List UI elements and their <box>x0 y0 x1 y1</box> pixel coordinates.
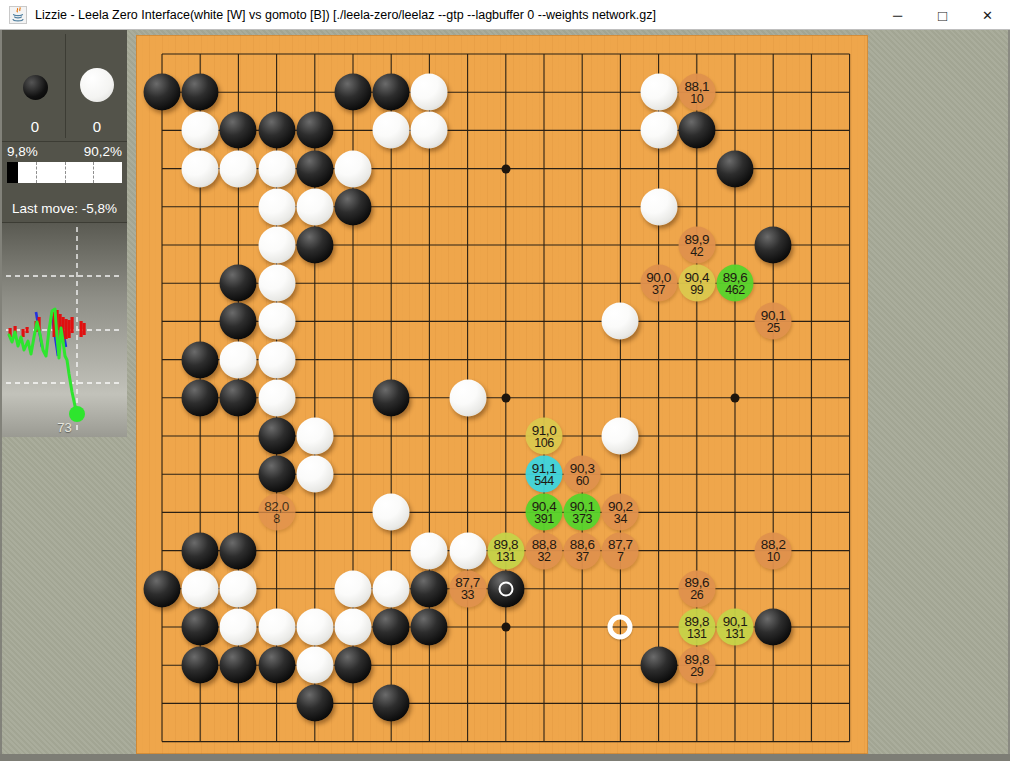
suggestion-winrate: 82,0 <box>264 499 289 512</box>
white-stone <box>258 188 295 225</box>
suggestion-visits: 10 <box>767 551 780 564</box>
analysis-suggestion[interactable]: 87,77 <box>602 532 639 569</box>
white-stone <box>182 570 219 607</box>
black-stone <box>182 74 219 111</box>
winrate-graph[interactable]: 73 <box>2 223 127 437</box>
winrate-bar <box>7 162 122 183</box>
black-capture-stone-icon <box>23 75 48 100</box>
analysis-suggestion[interactable]: 90,499 <box>678 265 715 302</box>
white-stone <box>296 418 333 455</box>
suggestion-visits: 34 <box>614 512 627 525</box>
suggestion-winrate: 89,6 <box>684 576 709 589</box>
black-stone <box>296 685 333 722</box>
window-title: Lizzie - Leela Zero Interface(white [W] … <box>35 8 656 22</box>
close-button[interactable]: ✕ <box>965 0 1010 30</box>
analysis-suggestion[interactable]: 89,942 <box>678 227 715 264</box>
black-stone <box>258 456 295 493</box>
analysis-suggestion[interactable]: 89,6462 <box>717 265 754 302</box>
black-stone <box>220 265 257 302</box>
suggestion-visits: 26 <box>690 589 703 602</box>
star-point <box>501 623 510 632</box>
suggestion-visits: 99 <box>690 283 703 296</box>
black-stone <box>411 609 448 646</box>
suggestion-winrate: 88,6 <box>570 538 595 551</box>
black-stone <box>220 112 257 149</box>
suggestion-visits: 37 <box>652 283 665 296</box>
window-edge-bottom <box>0 754 1010 761</box>
suggestion-winrate: 87,7 <box>455 576 480 589</box>
star-point <box>501 164 510 173</box>
white-stone <box>220 570 257 607</box>
winrate-bar-quartile-mark <box>65 162 66 183</box>
white-stone <box>449 532 486 569</box>
black-stone <box>296 112 333 149</box>
black-stone <box>220 303 257 340</box>
white-stone <box>182 112 219 149</box>
suggestion-winrate: 90,1 <box>761 308 786 321</box>
suggestion-winrate: 88,1 <box>684 79 709 92</box>
white-stone <box>220 341 257 378</box>
analysis-suggestion[interactable]: 90,4391 <box>526 494 563 531</box>
black-stone <box>335 188 372 225</box>
black-stone <box>335 647 372 684</box>
suggestion-winrate: 90,1 <box>723 614 748 627</box>
suggestion-winrate: 88,8 <box>532 538 557 551</box>
black-stone <box>258 418 295 455</box>
white-captures-count: 0 <box>77 118 117 135</box>
winrate-bar-quartile-mark <box>36 162 37 183</box>
white-stone <box>258 609 295 646</box>
suggestion-winrate: 89,6 <box>723 270 748 283</box>
analysis-suggestion[interactable]: 90,1131 <box>717 609 754 646</box>
white-stone <box>640 74 677 111</box>
white-stone <box>411 112 448 149</box>
white-stone <box>220 609 257 646</box>
winrate-bar-black-segment <box>7 162 18 183</box>
white-stone <box>258 227 295 264</box>
suggestion-winrate: 90,4 <box>532 499 557 512</box>
current-move-number: 73 <box>2 420 127 435</box>
suggestion-winrate: 91,0 <box>532 423 557 436</box>
white-stone <box>258 341 295 378</box>
suggestion-visits: 462 <box>725 283 745 296</box>
analysis-suggestion[interactable]: 88,832 <box>526 532 563 569</box>
white-stone <box>449 379 486 416</box>
black-stone <box>755 609 792 646</box>
analysis-suggestion[interactable]: 90,037 <box>640 265 677 302</box>
suggestion-visits: 29 <box>690 665 703 678</box>
white-stone <box>296 456 333 493</box>
suggestion-visits: 37 <box>576 551 589 564</box>
analysis-suggestion[interactable]: 90,1373 <box>564 494 601 531</box>
suggestion-visits: 373 <box>572 512 592 525</box>
black-stone <box>220 379 257 416</box>
black-captures-count: 0 <box>15 118 55 135</box>
white-stone <box>258 303 295 340</box>
white-stone <box>258 265 295 302</box>
go-board[interactable]: 88,11089,94290,03790,49989,646290,12591,… <box>136 35 868 754</box>
analysis-suggestion[interactable]: 90,360 <box>564 456 601 493</box>
suggestion-winrate: 89,8 <box>493 538 518 551</box>
analysis-suggestion[interactable]: 90,125 <box>755 303 792 340</box>
captures-panel: 0 0 <box>2 30 127 142</box>
black-stone <box>717 150 754 187</box>
suggestion-winrate: 89,9 <box>684 232 709 245</box>
black-stone <box>182 532 219 569</box>
analysis-suggestion[interactable]: 91,0106 <box>526 418 563 455</box>
winrate-graph-plot <box>2 223 127 437</box>
suggestion-visits: 32 <box>537 551 550 564</box>
black-stone <box>182 379 219 416</box>
analysis-suggestion[interactable]: 89,8131 <box>678 609 715 646</box>
suggestion-visits: 544 <box>534 474 554 487</box>
analysis-suggestion[interactable]: 91,1544 <box>526 456 563 493</box>
suggestion-winrate: 89,8 <box>684 652 709 665</box>
variation-preview-circle <box>608 615 633 640</box>
white-stone <box>335 609 372 646</box>
window-controls: ─ □ ✕ <box>875 0 1010 30</box>
analysis-suggestion[interactable]: 82,08 <box>258 494 295 531</box>
analysis-suggestion[interactable]: 90,234 <box>602 494 639 531</box>
maximize-button[interactable]: □ <box>920 0 965 30</box>
black-stone <box>373 685 410 722</box>
black-stone <box>144 570 181 607</box>
white-stone <box>411 532 448 569</box>
suggestion-winrate: 90,0 <box>646 270 671 283</box>
white-stone <box>411 74 448 111</box>
black-stone <box>373 379 410 416</box>
black-stone <box>220 532 257 569</box>
star-point <box>731 393 740 402</box>
analysis-suggestion[interactable]: 89,626 <box>678 570 715 607</box>
white-stone <box>258 150 295 187</box>
black-stone <box>640 647 677 684</box>
suggestion-visits: 33 <box>461 589 474 602</box>
suggestion-visits: 8 <box>273 512 280 525</box>
suggestion-winrate: 87,7 <box>608 538 633 551</box>
analysis-suggestion[interactable]: 88,210 <box>755 532 792 569</box>
java-icon <box>9 6 27 24</box>
suggestion-winrate: 89,8 <box>684 614 709 627</box>
white-stone <box>296 647 333 684</box>
white-stone <box>296 188 333 225</box>
white-stone <box>182 150 219 187</box>
white-stone <box>296 609 333 646</box>
suggestion-winrate: 88,2 <box>761 538 786 551</box>
black-stone <box>182 341 219 378</box>
black-stone <box>373 74 410 111</box>
minimize-button[interactable]: ─ <box>875 0 920 30</box>
suggestion-winrate: 90,3 <box>570 461 595 474</box>
white-stone <box>335 570 372 607</box>
lizzie-window: Lizzie - Leela Zero Interface(white [W] … <box>0 0 1010 761</box>
black-stone <box>296 227 333 264</box>
white-stone <box>373 570 410 607</box>
black-stone <box>755 227 792 264</box>
black-winrate-percent: 9,8% <box>7 144 38 159</box>
white-stone <box>220 150 257 187</box>
last-move-delta: Last move: -5,8% <box>2 195 127 223</box>
last-move-marker <box>498 581 513 596</box>
suggestion-visits: 7 <box>617 551 624 564</box>
black-stone <box>258 112 295 149</box>
black-stone <box>220 647 257 684</box>
side-panel: 0 0 9,8% 90,2% <box>2 30 127 195</box>
white-stone <box>602 418 639 455</box>
suggestion-visits: 10 <box>690 92 703 105</box>
white-stone <box>602 303 639 340</box>
title-bar[interactable]: Lizzie - Leela Zero Interface(white [W] … <box>0 0 1010 30</box>
white-stone <box>373 494 410 531</box>
black-stone <box>258 647 295 684</box>
winrate-bar-quartile-mark <box>93 162 94 183</box>
suggestion-winrate: 90,4 <box>684 270 709 283</box>
white-stone <box>258 379 295 416</box>
white-stone <box>335 150 372 187</box>
analysis-suggestion[interactable]: 88,637 <box>564 532 601 569</box>
black-stone <box>182 647 219 684</box>
black-stone <box>296 150 333 187</box>
white-stone <box>640 112 677 149</box>
analysis-suggestion[interactable]: 89,8131 <box>487 532 524 569</box>
black-stone <box>678 112 715 149</box>
suggestion-winrate: 90,2 <box>608 499 633 512</box>
white-winrate-percent: 90,2% <box>84 144 122 159</box>
star-point <box>501 393 510 402</box>
suggestion-visits: 131 <box>687 627 707 640</box>
captures-divider <box>65 34 66 138</box>
suggestion-visits: 131 <box>725 627 745 640</box>
suggestion-visits: 131 <box>496 551 516 564</box>
winrate-section: 9,8% 90,2% <box>2 142 127 194</box>
white-stone <box>373 112 410 149</box>
suggestion-winrate: 90,1 <box>570 499 595 512</box>
black-stone <box>335 74 372 111</box>
analysis-suggestion[interactable]: 88,110 <box>678 74 715 111</box>
white-stone <box>640 188 677 225</box>
black-stone <box>182 609 219 646</box>
white-capture-stone-icon <box>80 68 114 102</box>
suggestion-visits: 42 <box>690 245 703 258</box>
analysis-suggestion[interactable]: 89,829 <box>678 647 715 684</box>
analysis-suggestion[interactable]: 87,733 <box>449 570 486 607</box>
black-stone <box>144 74 181 111</box>
black-stone <box>373 609 410 646</box>
black-stone <box>411 570 448 607</box>
suggestion-visits: 391 <box>534 512 554 525</box>
suggestion-visits: 25 <box>767 321 780 334</box>
suggestion-visits: 106 <box>534 436 554 449</box>
suggestion-winrate: 91,1 <box>532 461 557 474</box>
suggestion-visits: 60 <box>576 474 589 487</box>
